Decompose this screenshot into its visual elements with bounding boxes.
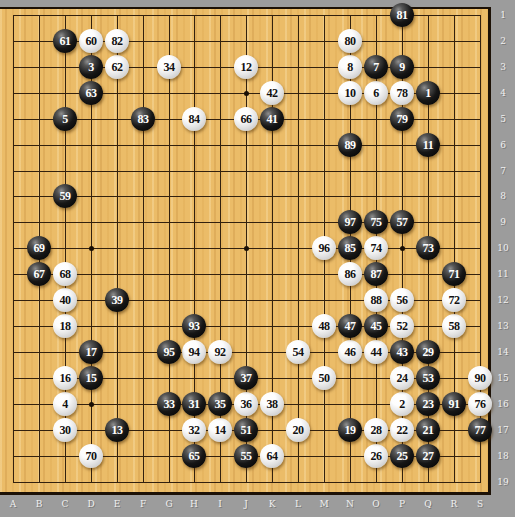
move-number: 60 [86,35,97,47]
row-label-10: 10 [492,243,514,253]
stone-black-N13[interactable]: 47 [338,314,362,338]
stone-white-C16[interactable]: 4 [53,392,77,416]
move-number: 62 [112,61,123,73]
row-label-1: 1 [492,10,514,20]
row-label-5: 5 [492,114,514,124]
stone-black-C5[interactable]: 5 [53,107,77,131]
stone-white-C13[interactable]: 18 [53,314,77,338]
move-number: 46 [345,346,356,358]
stone-white-I14[interactable]: 92 [208,340,232,364]
move-number: 27 [423,450,434,462]
move-number: 35 [215,398,226,410]
stone-black-C8[interactable]: 59 [53,184,77,208]
move-number: 64 [267,450,278,462]
move-number: 24 [397,372,408,384]
stone-white-M10[interactable]: 96 [312,236,336,260]
move-number: 58 [449,320,460,332]
row-label-16: 16 [492,399,514,409]
move-number: 88 [371,294,382,306]
move-number: 7 [373,61,379,73]
move-number: 53 [423,372,434,384]
stone-white-O14[interactable]: 44 [364,340,388,364]
stone-white-S15[interactable]: 90 [468,366,492,390]
move-number: 69 [34,242,45,254]
move-number: 39 [112,294,123,306]
move-number: 72 [449,294,460,306]
stone-black-N17[interactable]: 19 [338,418,362,442]
move-number: 48 [319,320,330,332]
go-diagram-window: 1234567891011121314151617181920212223242… [0,0,515,517]
column-label-B: B [31,499,47,509]
move-number: 92 [215,346,226,358]
move-number: 79 [397,113,408,125]
stone-black-N6[interactable]: 89 [338,133,362,157]
stone-black-P9[interactable]: 57 [390,210,414,234]
move-number: 45 [371,320,382,332]
stone-black-O11[interactable]: 87 [364,262,388,286]
move-number: 50 [319,372,330,384]
stone-white-O18[interactable]: 26 [364,444,388,468]
move-number: 23 [423,398,434,410]
stone-white-J3[interactable]: 12 [234,55,258,79]
move-number: 78 [397,87,408,99]
move-number: 11 [423,139,433,151]
stone-black-G16[interactable]: 33 [157,392,181,416]
stone-black-J18[interactable]: 55 [234,444,258,468]
move-number: 3 [88,61,94,73]
stone-black-Q4[interactable]: 1 [416,81,440,105]
row-label-18: 18 [492,451,514,461]
move-number: 55 [241,450,252,462]
column-label-P: P [394,499,410,509]
move-number: 33 [164,398,175,410]
column-label-D: D [83,499,99,509]
move-number: 2 [399,398,405,410]
move-number: 81 [397,9,408,21]
stone-white-H5[interactable]: 84 [182,107,206,131]
stone-black-O9[interactable]: 75 [364,210,388,234]
row-label-19: 19 [492,477,514,487]
stone-white-L17[interactable]: 20 [286,418,310,442]
move-number: 12 [241,61,252,73]
stone-black-P14[interactable]: 43 [390,340,414,364]
move-number: 42 [267,87,278,99]
stone-white-O10[interactable]: 74 [364,236,388,260]
move-number: 25 [397,450,408,462]
move-number: 28 [371,424,382,436]
move-number: 90 [475,372,486,384]
column-label-F: F [135,499,151,509]
move-number: 97 [345,216,356,228]
stone-black-Q15[interactable]: 53 [416,366,440,390]
stone-black-Q17[interactable]: 21 [416,418,440,442]
move-number: 89 [345,139,356,151]
stone-black-P18[interactable]: 25 [390,444,414,468]
stone-white-C11[interactable]: 68 [53,262,77,286]
stone-black-B10[interactable]: 69 [27,236,51,260]
move-number: 17 [86,346,97,358]
move-number: 34 [164,61,175,73]
move-number: 8 [347,61,353,73]
stone-black-B11[interactable]: 67 [27,262,51,286]
stone-white-D18[interactable]: 70 [79,444,103,468]
move-number: 56 [397,294,408,306]
stone-white-R13[interactable]: 58 [442,314,466,338]
row-label-17: 17 [492,425,514,435]
move-number: 83 [138,113,149,125]
move-number: 1 [425,87,431,99]
stone-white-P12[interactable]: 56 [390,288,414,312]
column-label-C: C [57,499,73,509]
stone-white-P4[interactable]: 78 [390,81,414,105]
move-number: 52 [397,320,408,332]
column-label-R: R [446,499,462,509]
stone-black-G14[interactable]: 95 [157,340,181,364]
row-label-6: 6 [492,140,514,150]
move-number: 30 [60,424,71,436]
stone-black-S17[interactable]: 77 [468,418,492,442]
stone-black-Q10[interactable]: 73 [416,236,440,260]
stone-white-K18[interactable]: 64 [260,444,284,468]
stone-white-C12[interactable]: 40 [53,288,77,312]
stone-black-E12[interactable]: 39 [105,288,129,312]
stone-white-P17[interactable]: 22 [390,418,414,442]
move-number: 74 [371,242,382,254]
stone-white-O4[interactable]: 6 [364,81,388,105]
stone-black-N10[interactable]: 85 [338,236,362,260]
column-label-S: S [472,499,488,509]
move-number: 36 [241,398,252,410]
column-label-M: M [316,499,332,509]
stone-white-N4[interactable]: 10 [338,81,362,105]
move-number: 70 [86,450,97,462]
stone-white-N11[interactable]: 86 [338,262,362,286]
stone-black-P3[interactable]: 9 [390,55,414,79]
stone-black-Q14[interactable]: 29 [416,340,440,364]
move-number: 65 [189,450,200,462]
move-number: 32 [189,424,200,436]
move-number: 26 [371,450,382,462]
stone-white-L14[interactable]: 54 [286,340,310,364]
move-number: 73 [423,242,434,254]
move-number: 31 [189,398,200,410]
column-label-G: G [161,499,177,509]
row-label-11: 11 [492,269,514,279]
stone-white-C17[interactable]: 30 [53,418,77,442]
move-number: 29 [423,346,434,358]
move-number: 6 [373,87,379,99]
stone-white-P13[interactable]: 52 [390,314,414,338]
row-label-8: 8 [492,191,514,201]
move-number: 51 [241,424,252,436]
move-number: 38 [267,398,278,410]
stone-black-I16[interactable]: 35 [208,392,232,416]
stone-white-H17[interactable]: 32 [182,418,206,442]
stone-black-D14[interactable]: 17 [79,340,103,364]
stone-black-R16[interactable]: 91 [442,392,466,416]
row-label-9: 9 [492,217,514,227]
stone-black-H16[interactable]: 31 [182,392,206,416]
stone-black-D15[interactable]: 15 [79,366,103,390]
move-number: 87 [371,268,382,280]
move-number: 84 [189,113,200,125]
stone-black-E17[interactable]: 13 [105,418,129,442]
stone-white-C15[interactable]: 16 [53,366,77,390]
stone-black-K5[interactable]: 41 [260,107,284,131]
stone-black-Q6[interactable]: 11 [416,133,440,157]
stone-black-O3[interactable]: 7 [364,55,388,79]
column-label-O: O [368,499,384,509]
move-number: 59 [60,190,71,202]
move-number: 13 [112,424,123,436]
move-number: 37 [241,372,252,384]
row-label-4: 4 [492,88,514,98]
stone-white-P16[interactable]: 2 [390,392,414,416]
move-number: 22 [397,424,408,436]
move-number: 67 [34,268,45,280]
stone-black-Q16[interactable]: 23 [416,392,440,416]
move-number: 91 [449,398,460,410]
move-number: 68 [60,268,71,280]
move-number: 54 [293,346,304,358]
stone-black-P5[interactable]: 79 [390,107,414,131]
stone-white-N14[interactable]: 46 [338,340,362,364]
column-label-J: J [238,499,254,509]
move-number: 63 [86,87,97,99]
stone-black-R11[interactable]: 71 [442,262,466,286]
move-number: 76 [475,398,486,410]
stone-white-P15[interactable]: 24 [390,366,414,390]
column-label-A: A [5,499,21,509]
move-number: 85 [345,242,356,254]
move-number: 95 [164,346,175,358]
stone-black-C2[interactable]: 61 [53,29,77,53]
move-number: 82 [112,35,123,47]
stone-white-H14[interactable]: 94 [182,340,206,364]
move-number: 14 [215,424,226,436]
row-label-13: 13 [492,321,514,331]
move-number: 15 [86,372,97,384]
stone-white-M15[interactable]: 50 [312,366,336,390]
move-number: 4 [62,398,68,410]
stone-white-S16[interactable]: 76 [468,392,492,416]
move-number: 75 [371,216,382,228]
move-number: 18 [60,320,71,332]
row-label-2: 2 [492,36,514,46]
stone-black-F5[interactable]: 83 [131,107,155,131]
stone-black-P1[interactable]: 81 [390,3,414,27]
move-number: 44 [371,346,382,358]
move-number: 80 [345,35,356,47]
stone-white-M13[interactable]: 48 [312,314,336,338]
move-number: 10 [345,87,356,99]
stone-black-J15[interactable]: 37 [234,366,258,390]
stone-white-K16[interactable]: 38 [260,392,284,416]
move-number: 21 [423,424,434,436]
stone-white-O17[interactable]: 28 [364,418,388,442]
move-number: 47 [345,320,356,332]
stone-white-N2[interactable]: 80 [338,29,362,53]
row-label-3: 3 [492,62,514,72]
stone-white-E3[interactable]: 62 [105,55,129,79]
stone-black-H13[interactable]: 93 [182,314,206,338]
stone-black-H18[interactable]: 65 [182,444,206,468]
move-number: 93 [189,320,200,332]
move-number: 20 [293,424,304,436]
stone-black-Q18[interactable]: 27 [416,444,440,468]
stone-white-R12[interactable]: 72 [442,288,466,312]
stone-white-I17[interactable]: 14 [208,418,232,442]
column-label-L: L [290,499,306,509]
column-label-K: K [264,499,280,509]
stone-black-D4[interactable]: 63 [79,81,103,105]
move-number: 5 [62,113,68,125]
move-number: 40 [60,294,71,306]
move-number: 9 [399,61,405,73]
move-number: 61 [60,35,71,47]
move-number: 96 [319,242,330,254]
stone-white-J16[interactable]: 36 [234,392,258,416]
stone-black-O13[interactable]: 45 [364,314,388,338]
move-number: 16 [60,372,71,384]
stone-white-J5[interactable]: 66 [234,107,258,131]
column-label-N: N [342,499,358,509]
column-label-Q: Q [420,499,436,509]
stone-black-J17[interactable]: 51 [234,418,258,442]
stone-black-D3[interactable]: 3 [79,55,103,79]
column-label-H: H [186,499,202,509]
move-number: 77 [475,424,486,436]
move-number: 57 [397,216,408,228]
move-number: 71 [449,268,460,280]
stone-white-D2[interactable]: 60 [79,29,103,53]
stone-white-K4[interactable]: 42 [260,81,284,105]
move-number: 86 [345,268,356,280]
move-number: 19 [345,424,356,436]
column-label-I: I [212,499,228,509]
stone-black-N9[interactable]: 97 [338,210,362,234]
move-number: 43 [397,346,408,358]
row-label-7: 7 [492,166,514,176]
row-label-15: 15 [492,373,514,383]
stone-white-G3[interactable]: 34 [157,55,181,79]
column-label-E: E [109,499,125,509]
stone-white-E2[interactable]: 82 [105,29,129,53]
move-number: 66 [241,113,252,125]
row-label-12: 12 [492,295,514,305]
move-number: 94 [189,346,200,358]
row-label-14: 14 [492,347,514,357]
stone-white-N3[interactable]: 8 [338,55,362,79]
stone-white-O12[interactable]: 88 [364,288,388,312]
move-number: 41 [267,113,278,125]
